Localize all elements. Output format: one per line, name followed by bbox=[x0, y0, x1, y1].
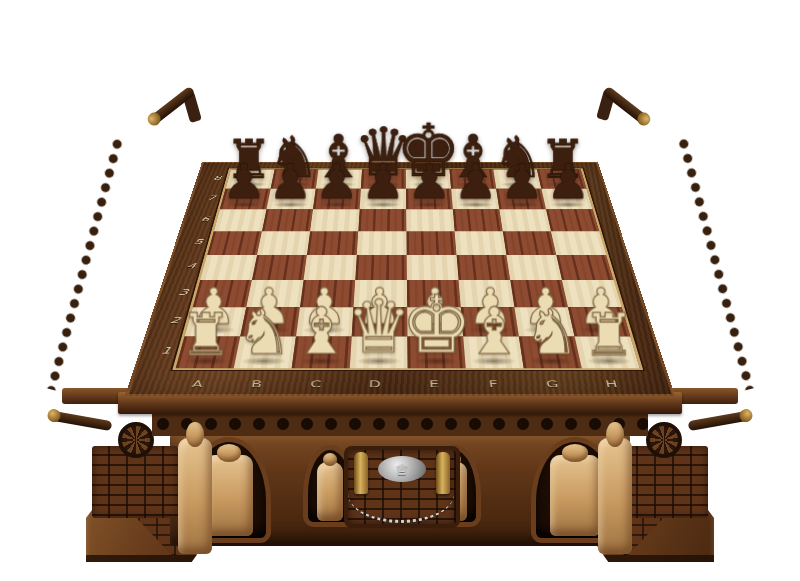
emblem-crown-icon: ♕ bbox=[395, 460, 409, 479]
rank-label-5: 5 bbox=[172, 230, 212, 253]
square-e1[interactable]: ♚ bbox=[407, 336, 465, 368]
square-g5[interactable] bbox=[503, 231, 556, 255]
square-d5[interactable] bbox=[357, 231, 407, 255]
carved-figure bbox=[317, 462, 343, 521]
carved-figure bbox=[205, 455, 252, 536]
piece-white-king[interactable]: ♚ bbox=[385, 287, 488, 363]
square-f4[interactable] bbox=[457, 255, 511, 280]
file-label-e: E bbox=[405, 376, 465, 391]
square-c6[interactable] bbox=[310, 209, 360, 231]
brick-panel: ♕ bbox=[348, 450, 456, 524]
cannon-wheel-icon bbox=[646, 422, 682, 458]
chessboard: ♜♞♝♛♚♝♞♜♟♟♟♟♟♟♟♟♟♟♟♟♟♟♟♟♜♞♝♛♚♝♞♜ bbox=[172, 168, 643, 369]
file-label-d: D bbox=[345, 376, 405, 391]
square-c5[interactable] bbox=[307, 231, 358, 255]
square-a6[interactable] bbox=[214, 209, 267, 231]
caryatid-figure-right bbox=[598, 438, 632, 554]
square-c4[interactable] bbox=[304, 255, 357, 280]
square-e5[interactable] bbox=[406, 231, 456, 255]
cannon-wheel-icon bbox=[118, 422, 154, 458]
tower-cannon-icon bbox=[688, 411, 749, 431]
board-frame: 87654321 ABCDEFGH ♜♞♝♛♚♝♞♜♟♟♟♟♟♟♟♟♟♟♟♟♟♟… bbox=[125, 162, 675, 396]
square-h5[interactable] bbox=[551, 231, 606, 255]
arched-niche bbox=[308, 450, 352, 522]
caryatid-figure-left bbox=[178, 438, 212, 554]
square-g6[interactable] bbox=[499, 209, 551, 231]
rank-label-6: 6 bbox=[180, 208, 218, 230]
file-label-a: A bbox=[166, 376, 229, 391]
file-label-h: H bbox=[581, 376, 644, 391]
base-cabinet: ♕ bbox=[170, 434, 630, 546]
square-f5[interactable] bbox=[455, 231, 507, 255]
square-h4[interactable] bbox=[556, 255, 613, 280]
square-h7[interactable]: ♟ bbox=[541, 189, 592, 210]
piece-black-pawn[interactable]: ♟ bbox=[519, 159, 617, 205]
piece-white-rook[interactable]: ♜ bbox=[155, 307, 258, 362]
carved-figure bbox=[550, 455, 600, 536]
file-label-f: F bbox=[463, 376, 524, 391]
tower-cannon-icon bbox=[52, 411, 113, 431]
square-e4[interactable] bbox=[407, 255, 459, 280]
file-label-b: B bbox=[226, 376, 288, 391]
square-a1[interactable]: ♜ bbox=[176, 336, 241, 368]
silver-chain-icon bbox=[348, 494, 454, 523]
file-labels: ABCDEFGH bbox=[166, 376, 643, 391]
silver-emblem-icon: ♕ bbox=[378, 456, 426, 482]
square-a5[interactable] bbox=[207, 231, 262, 255]
dentil-molding bbox=[152, 412, 648, 436]
piece-white-rook[interactable]: ♜ bbox=[558, 307, 661, 362]
square-h6[interactable] bbox=[546, 209, 599, 231]
square-e6[interactable] bbox=[406, 209, 454, 231]
square-b4[interactable] bbox=[252, 255, 307, 280]
brass-post-icon bbox=[354, 452, 368, 494]
file-label-c: C bbox=[286, 376, 347, 391]
tabletop: 87654321 ABCDEFGH ♜♞♝♛♚♝♞♜♟♟♟♟♟♟♟♟♟♟♟♟♟♟… bbox=[125, 0, 675, 396]
square-b6[interactable] bbox=[262, 209, 313, 231]
brass-post-icon bbox=[436, 452, 450, 494]
file-label-g: G bbox=[522, 376, 584, 391]
square-a4[interactable] bbox=[200, 255, 257, 280]
chess-table-photo: .foot.left{left:86px;} ♕ bbox=[0, 0, 800, 581]
square-d4[interactable] bbox=[355, 255, 407, 280]
tooth-edge-left bbox=[45, 135, 125, 391]
rank-label-4: 4 bbox=[164, 254, 205, 279]
square-d6[interactable] bbox=[358, 209, 406, 231]
tooth-edge-right bbox=[675, 135, 755, 391]
square-h1[interactable]: ♜ bbox=[575, 336, 640, 368]
square-g4[interactable] bbox=[506, 255, 562, 280]
square-b5[interactable] bbox=[257, 231, 310, 255]
square-f6[interactable] bbox=[453, 209, 503, 231]
